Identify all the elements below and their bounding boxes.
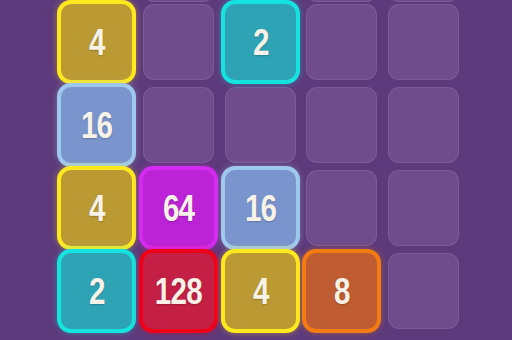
tile-4: 4 [57,166,136,250]
tile-value: 4 [253,273,269,310]
empty-cell-r3c4 [388,253,459,329]
tile-2: 2 [221,0,300,84]
empty-cell-r2c3 [306,170,377,246]
tile-value: 4 [89,24,105,61]
empty-cell-r1c3 [306,87,377,163]
empty-cell-r0c4 [388,4,459,80]
empty-cell-r1c2 [225,87,296,163]
empty-cell-r2c4 [388,170,459,246]
tile-value: 128 [155,273,202,310]
tile-16: 16 [221,166,300,250]
tile-16: 16 [57,83,136,167]
tile-8: 8 [302,249,381,333]
tile-4: 4 [57,0,136,84]
tile-value: 16 [245,190,276,227]
tile-2: 2 [57,249,136,333]
empty-cell-r-1c3 [306,0,377,2]
empty-cell-r0c1 [143,4,214,80]
empty-cell-r-1c4 [388,0,459,2]
game-stage: 421646416212848 [0,0,512,340]
empty-cell-r0c3 [306,4,377,80]
tile-value: 4 [89,190,105,227]
tile-value: 64 [163,190,194,227]
tile-value: 2 [253,24,269,61]
tile-4: 4 [221,249,300,333]
empty-cell-r1c1 [143,87,214,163]
tile-64: 64 [139,166,218,250]
tile-value: 8 [334,273,350,310]
empty-cell-r-1c1 [143,0,214,2]
tile-value: 2 [89,273,105,310]
tile-value: 16 [81,107,112,144]
tile-128: 128 [139,249,218,333]
empty-cell-r1c4 [388,87,459,163]
